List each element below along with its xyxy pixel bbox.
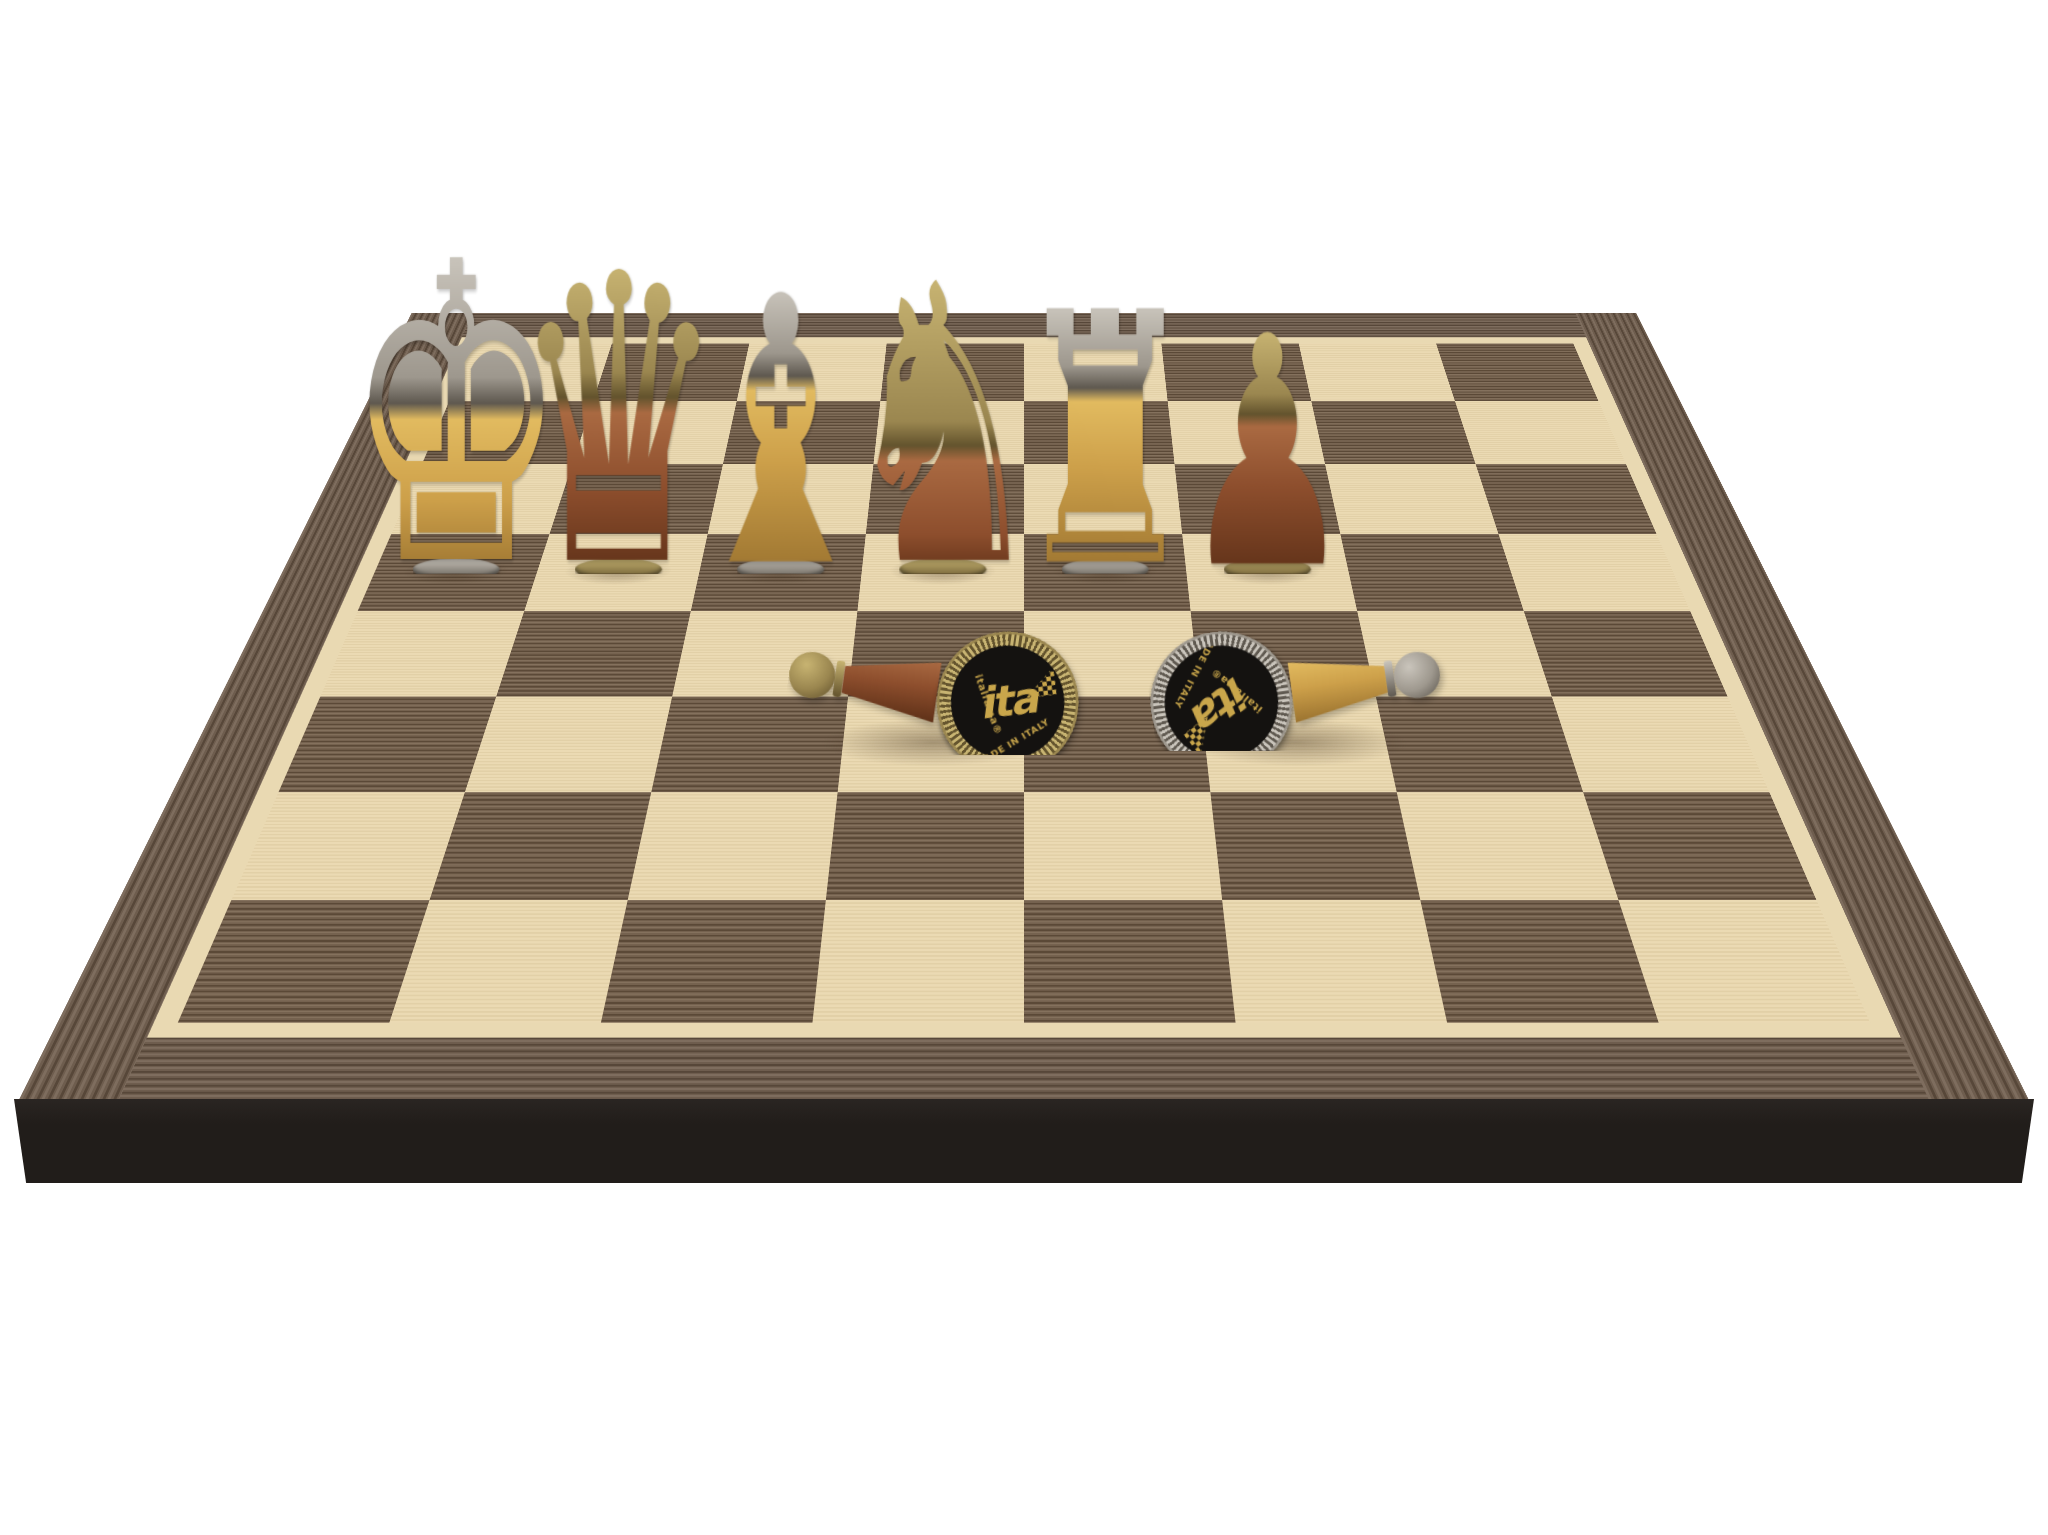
pawn-head-ball	[1391, 649, 1443, 701]
piece-rook-e5: ♜	[1012, 307, 1198, 577]
board-square-c1	[601, 900, 826, 1022]
product-photo: ♚♛♝♞♜♟itaMADE IN ITALYitalfama®itaMADE I…	[0, 0, 2048, 1535]
board-square-c2	[628, 792, 838, 900]
board-square-b3	[465, 697, 672, 793]
board-square-b4	[496, 611, 691, 697]
board-square-g5	[1340, 534, 1523, 611]
piece-anchor-d3: itaMADE IN ITALYitalfama®	[838, 697, 1024, 793]
piece-pawn-f5: ♟	[1182, 330, 1353, 577]
piece-anchor-e5: ♜	[1024, 534, 1191, 611]
board-square-g1	[1420, 900, 1658, 1022]
board-square-h8	[1436, 344, 1599, 402]
board-square-h7	[1455, 401, 1626, 464]
pawn-body	[839, 649, 942, 723]
board-square-b1	[389, 900, 627, 1022]
board-side-edge	[14, 1099, 2034, 1183]
board-square-e1	[1024, 900, 1236, 1022]
piece-anchor-b5: ♛	[524, 534, 707, 611]
piece-anchor-f5: ♟	[1182, 534, 1357, 611]
board-square-d2	[826, 792, 1024, 900]
chequered-flag-icon	[1022, 667, 1056, 699]
pawn-body	[1287, 649, 1390, 723]
board-square-g2	[1397, 792, 1619, 900]
pawn-head-ball	[786, 649, 838, 701]
chess-board: ♚♛♝♞♜♟itaMADE IN ITALYitalfama®itaMADE I…	[19, 313, 2029, 1100]
board-square-a4	[320, 611, 524, 697]
board-square-e2	[1024, 792, 1222, 900]
board-square-h6	[1476, 464, 1657, 534]
board-square-h5	[1498, 534, 1690, 611]
board-square-b2	[429, 792, 651, 900]
piece-anchor-d5: ♞	[857, 534, 1024, 611]
board-scene: ♚♛♝♞♜♟itaMADE IN ITALYitalfama®itaMADE I…	[0, 0, 2048, 1535]
board-square-f2	[1210, 792, 1420, 900]
board-square-f1	[1222, 900, 1447, 1022]
board-square-d1	[812, 900, 1024, 1022]
piece-anchor-f3: itaMADE IN ITALYitalfama®	[1200, 697, 1397, 793]
